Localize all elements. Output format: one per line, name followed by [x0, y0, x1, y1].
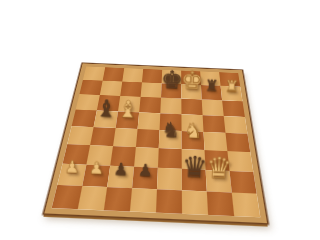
square-c4 [113, 128, 138, 147]
piece-light-queen-g2: ♛ [206, 152, 233, 182]
square-d1 [130, 188, 157, 213]
piece-light-knight-f4: ♞ [184, 120, 203, 141]
square-c2: ♟ [107, 166, 134, 188]
square-g2: ♛ [206, 170, 232, 193]
square-d8 [142, 69, 162, 83]
square-h1 [232, 192, 240, 217]
square-g6 [202, 99, 224, 116]
piece-dark-pawn-d2: ♟ [138, 162, 154, 179]
square-g4 [204, 132, 228, 151]
square-b1 [78, 186, 107, 210]
piece-dark-pawn-c2: ♟ [113, 161, 129, 178]
piece-dark-queen-f2: ♛ [181, 151, 208, 181]
square-d5 [138, 112, 161, 130]
square-d6 [139, 97, 161, 113]
square-e1 [156, 189, 182, 214]
square-c1 [104, 187, 132, 211]
square-g7: ♜ [201, 85, 222, 100]
square-g5 [203, 115, 226, 133]
chessboard: ♚♚♜♜♝♝♞♞♟♟♟♟♛♛ [44, 63, 240, 223]
piece-dark-knight-e4: ♞ [161, 119, 180, 140]
square-b4 [90, 127, 115, 146]
square-a5 [72, 110, 97, 128]
square-f6 [181, 99, 202, 115]
square-f7: ♚ [181, 84, 201, 99]
square-d4 [136, 129, 160, 148]
square-g1 [207, 191, 234, 216]
square-e2 [157, 168, 182, 191]
piece-dark-bishop-b5: ♝ [95, 96, 117, 120]
square-c8 [122, 68, 143, 82]
square-d2: ♟ [132, 167, 158, 189]
piece-dark-rook-g7: ♜ [204, 77, 219, 93]
square-b2: ♟ [82, 165, 110, 187]
square-b5: ♝ [94, 110, 118, 128]
piece-light-pawn-b2: ♟ [89, 160, 105, 177]
piece-light-bishop-c5: ♝ [117, 97, 139, 121]
square-e3 [158, 148, 182, 169]
square-d7 [141, 82, 162, 97]
piece-light-pawn-a2: ♟ [64, 158, 80, 175]
square-h7: ♜ [221, 86, 240, 101]
square-e7: ♚ [161, 83, 181, 98]
square-f1 [182, 190, 208, 215]
board-tilt: ♚♚♜♜♝♝♞♞♟♟♟♟♛♛ [44, 63, 240, 223]
square-c5: ♝ [116, 111, 140, 129]
square-f4: ♞ [182, 131, 205, 150]
piece-light-king-f7: ♚ [180, 67, 203, 93]
square-h5 [224, 116, 240, 134]
square-h4 [226, 133, 240, 152]
square-e4: ♞ [159, 130, 182, 149]
square-b8 [103, 67, 125, 81]
photo-scene: ♚♚♜♜♝♝♞♞♟♟♟♟♛♛ [0, 0, 240, 240]
square-h6 [222, 100, 240, 117]
camera-perspective: ♚♚♜♜♝♝♞♞♟♟♟♟♛♛ [63, 33, 240, 227]
piece-light-rook-h7: ♜ [224, 78, 239, 94]
square-e6 [160, 98, 181, 114]
square-f2: ♛ [182, 169, 207, 192]
